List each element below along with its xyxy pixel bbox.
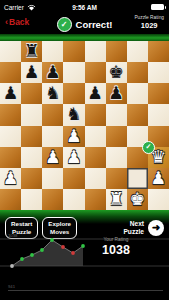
- square-b5[interactable]: [21, 104, 42, 125]
- square-f3[interactable]: [106, 147, 127, 168]
- square-a1[interactable]: [0, 189, 21, 210]
- square-f8[interactable]: [106, 41, 127, 62]
- square-d7[interactable]: [63, 62, 84, 83]
- square-a8[interactable]: [0, 41, 21, 62]
- puzzle-rating-value: 1029: [134, 21, 164, 30]
- status-bar: Carrier 9:56 AM: [0, 0, 169, 14]
- next-puzzle-label: Next Puzzle: [123, 220, 144, 236]
- square-g5[interactable]: [127, 104, 148, 125]
- square-c1[interactable]: [42, 189, 63, 210]
- square-a5[interactable]: [0, 104, 21, 125]
- square-f6[interactable]: ♟: [106, 83, 127, 104]
- black-pawn: ♟: [3, 83, 19, 104]
- square-c2[interactable]: [42, 168, 63, 189]
- square-c6[interactable]: ♞: [42, 83, 63, 104]
- square-b1[interactable]: [21, 189, 42, 210]
- square-e6[interactable]: ♟: [85, 83, 106, 104]
- square-h1[interactable]: [148, 189, 169, 210]
- square-e4[interactable]: [85, 126, 106, 147]
- square-d2[interactable]: [63, 168, 84, 189]
- chess-board[interactable]: ♜♟♟♚♟♞♟♟♞♟♟♟♛✓♟♟♜♚: [0, 41, 169, 210]
- square-d5[interactable]: ♞: [63, 104, 84, 125]
- white-pawn: ♟: [66, 147, 82, 168]
- square-b2[interactable]: [21, 168, 42, 189]
- square-h6[interactable]: [148, 83, 169, 104]
- square-f7[interactable]: ♚: [106, 62, 127, 83]
- restart-line1: Restart: [11, 220, 32, 228]
- square-f4[interactable]: [106, 126, 127, 147]
- square-d8[interactable]: [63, 41, 84, 62]
- square-a7[interactable]: [0, 62, 21, 83]
- square-d4[interactable]: ♟: [63, 126, 84, 147]
- clock: 9:56 AM: [0, 4, 169, 11]
- correct-check-icon: ✓: [57, 17, 72, 32]
- square-e5[interactable]: [85, 104, 106, 125]
- black-pawn: ♟: [24, 62, 40, 83]
- table-felt-top: [0, 34, 169, 41]
- black-rook: ♜: [24, 41, 40, 62]
- square-c5[interactable]: [42, 104, 63, 125]
- square-g1[interactable]: ♚: [127, 189, 148, 210]
- square-h5[interactable]: [148, 104, 169, 125]
- black-knight: ♞: [66, 104, 82, 125]
- black-pawn: ♟: [108, 83, 124, 104]
- square-a2[interactable]: ♟: [0, 168, 21, 189]
- square-e3[interactable]: [85, 147, 106, 168]
- square-g8[interactable]: [127, 41, 148, 62]
- square-b8[interactable]: ♜: [21, 41, 42, 62]
- square-c3[interactable]: ♟: [42, 147, 63, 168]
- square-f1[interactable]: ♜: [106, 189, 127, 210]
- black-knight: ♞: [45, 83, 61, 104]
- square-d3[interactable]: ♟: [63, 147, 84, 168]
- square-g2[interactable]: [127, 168, 148, 189]
- square-d6[interactable]: [63, 83, 84, 104]
- white-pawn: ♟: [3, 168, 19, 189]
- square-e1[interactable]: [85, 189, 106, 210]
- square-d1[interactable]: [63, 189, 84, 210]
- square-f2[interactable]: [106, 168, 127, 189]
- app-screen: Carrier 9:56 AM ‹Back ✓ Correct! Puzzle …: [0, 0, 169, 300]
- square-a6[interactable]: ♟: [0, 83, 21, 104]
- square-e2[interactable]: [85, 168, 106, 189]
- square-e8[interactable]: [85, 41, 106, 62]
- your-rating-value: 1038: [88, 243, 144, 257]
- next-line2: Puzzle: [123, 228, 144, 236]
- square-g6[interactable]: [127, 83, 148, 104]
- white-king: ♚: [129, 189, 145, 210]
- your-rating-box: Your Rating 1038: [88, 237, 144, 257]
- square-c8[interactable]: [42, 41, 63, 62]
- chart-bottom-gridline-label: 941: [8, 284, 15, 289]
- square-b3[interactable]: [21, 147, 42, 168]
- square-f5[interactable]: [106, 104, 127, 125]
- square-e7[interactable]: [85, 62, 106, 83]
- lower-gridline: [8, 290, 163, 291]
- square-h8[interactable]: [148, 41, 169, 62]
- white-pawn: ♟: [151, 168, 167, 189]
- square-h3[interactable]: ♛✓: [148, 147, 169, 168]
- square-b7[interactable]: ♟: [21, 62, 42, 83]
- explore-line2: Moves: [48, 228, 71, 236]
- next-puzzle-button[interactable]: Next Puzzle ➜: [123, 220, 164, 236]
- white-pawn: ♟: [45, 147, 61, 168]
- square-c4[interactable]: [42, 126, 63, 147]
- black-pawn: ♟: [87, 83, 103, 104]
- square-b6[interactable]: [21, 83, 42, 104]
- square-h2[interactable]: ♟: [148, 168, 169, 189]
- navigation-bar: ‹Back ✓ Correct! Puzzle Rating 1029: [0, 14, 169, 34]
- explore-line1: Explore: [48, 220, 71, 228]
- square-a4[interactable]: [0, 126, 21, 147]
- battery-icon: [151, 4, 164, 10]
- square-g7[interactable]: [127, 62, 148, 83]
- next-arrow-icon: ➜: [148, 220, 164, 236]
- square-b4[interactable]: [21, 126, 42, 147]
- black-king: ♚: [108, 62, 124, 83]
- white-pawn: ♟: [66, 126, 82, 147]
- result-label: Correct!: [76, 19, 113, 30]
- next-line1: Next: [123, 220, 144, 228]
- puzzle-rating: Puzzle Rating 1029: [134, 15, 164, 30]
- square-a3[interactable]: [0, 147, 21, 168]
- black-pawn: ♟: [45, 62, 61, 83]
- puzzle-rating-label: Puzzle Rating: [134, 15, 164, 20]
- square-h7[interactable]: [148, 62, 169, 83]
- your-rating-label: Your Rating: [88, 237, 144, 242]
- square-c7[interactable]: ♟: [42, 62, 63, 83]
- correct-move-check-icon: ✓: [142, 141, 155, 154]
- white-rook: ♜: [108, 189, 124, 210]
